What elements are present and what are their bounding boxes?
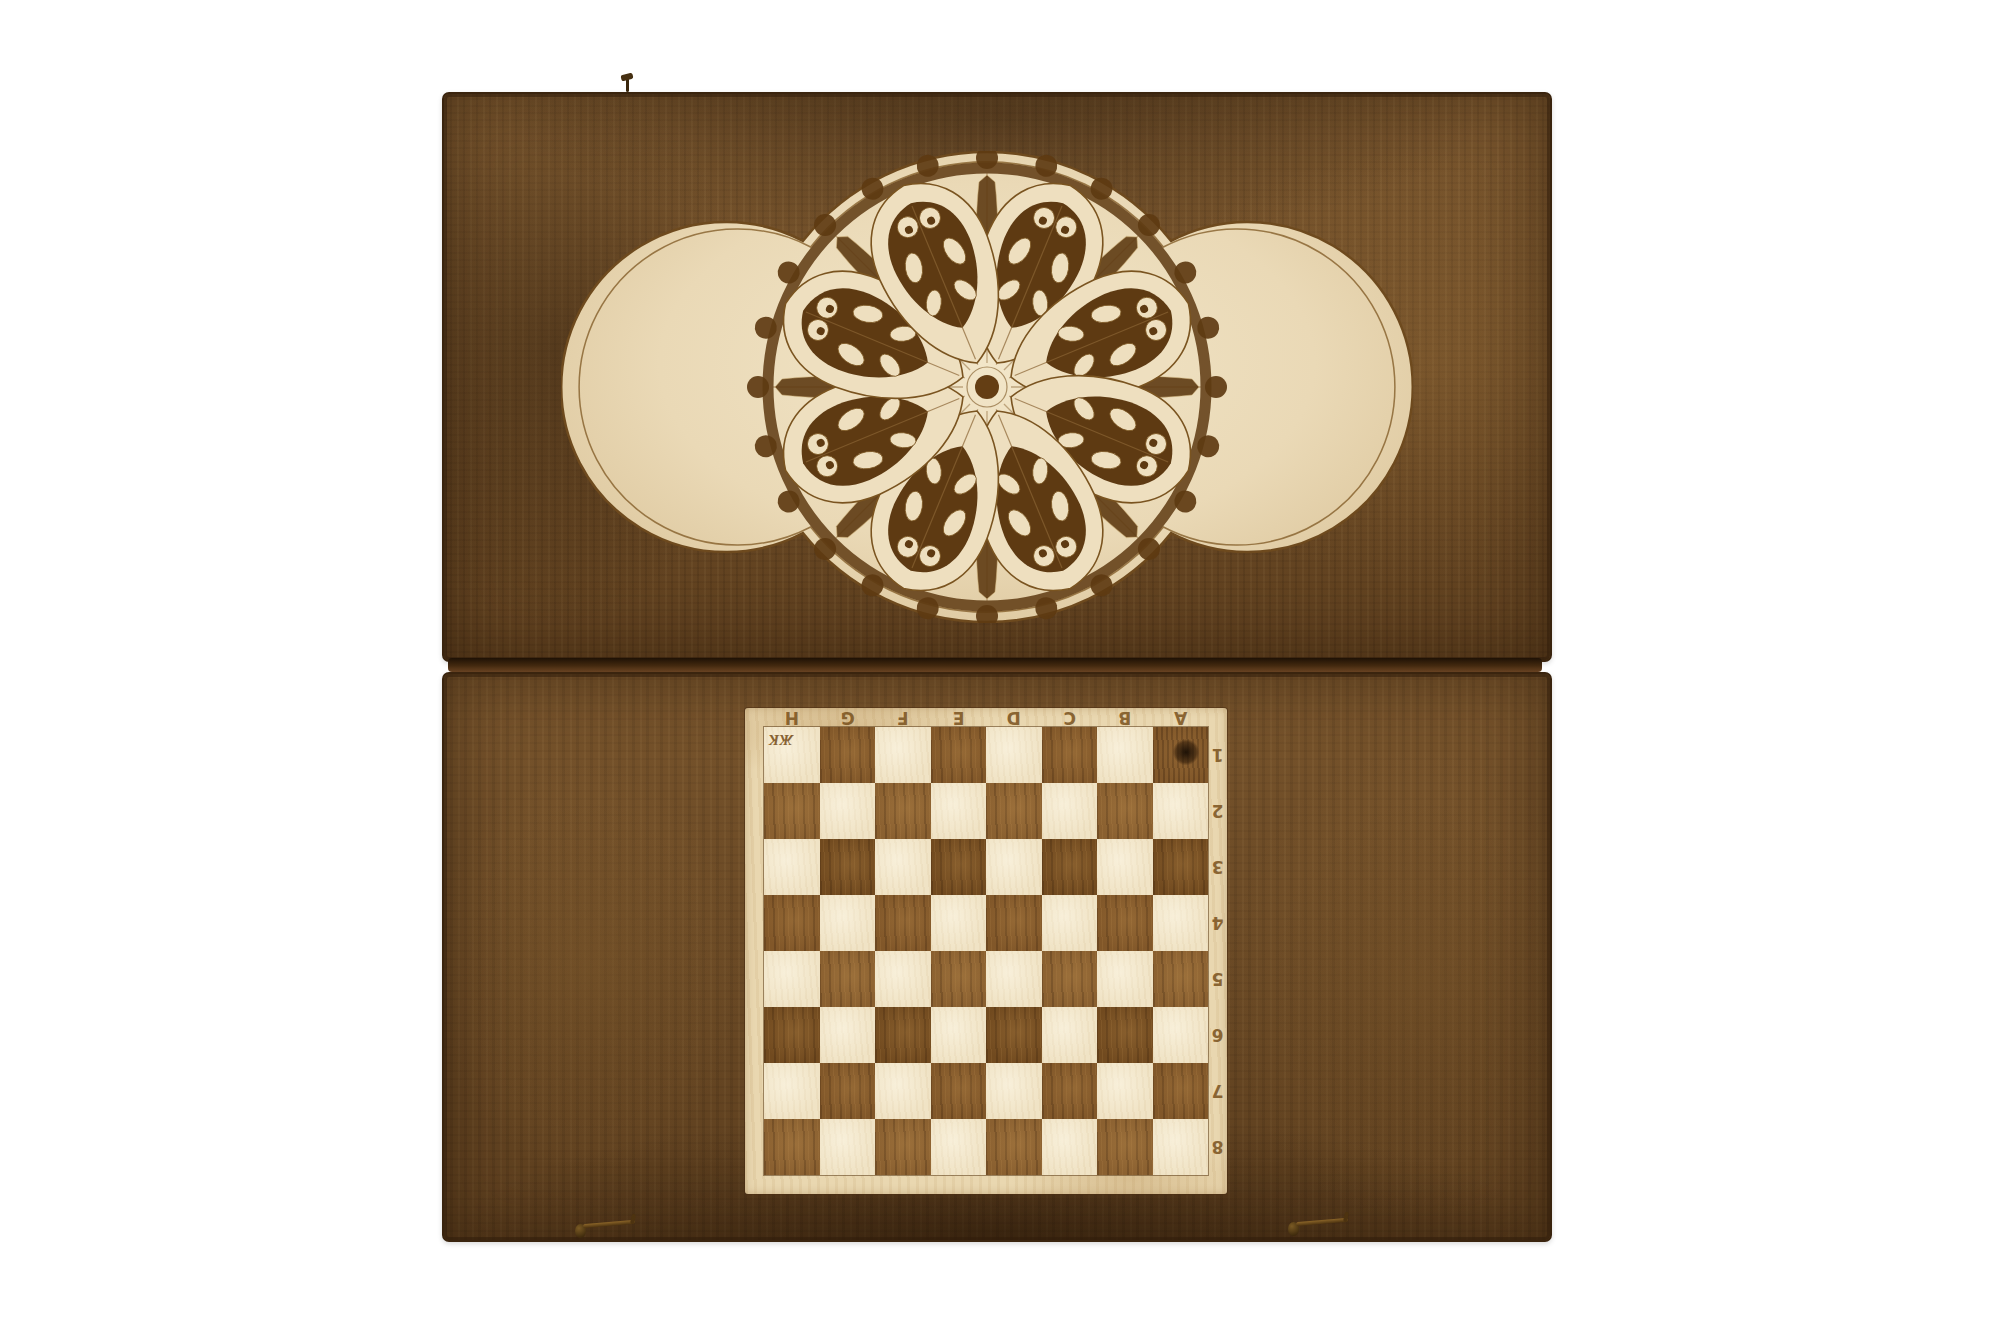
latch-tip-icon (1343, 1212, 1349, 1223)
latch-pin-top[interactable] (618, 74, 636, 94)
square-b6[interactable] (1097, 1007, 1153, 1063)
square-c8[interactable] (1042, 1119, 1098, 1175)
square-d4[interactable] (986, 895, 1042, 951)
square-e5[interactable] (931, 951, 987, 1007)
rank-label-1: 1 (1208, 727, 1227, 783)
square-a7[interactable] (1153, 1063, 1209, 1119)
square-d1[interactable] (986, 727, 1042, 783)
square-a3[interactable] (1153, 839, 1209, 895)
square-h3[interactable] (764, 839, 820, 895)
square-g2[interactable] (820, 783, 876, 839)
file-label-h: H (764, 708, 820, 727)
square-e2[interactable] (931, 783, 987, 839)
square-e1[interactable] (931, 727, 987, 783)
file-label-c: C (1042, 708, 1098, 727)
square-c6[interactable] (1042, 1007, 1098, 1063)
square-f5[interactable] (875, 951, 931, 1007)
square-b4[interactable] (1097, 895, 1153, 951)
rank-labels: 12345678 (1208, 727, 1227, 1175)
square-h4[interactable] (764, 895, 820, 951)
square-h8[interactable] (764, 1119, 820, 1175)
square-c7[interactable] (1042, 1063, 1098, 1119)
square-f1[interactable] (875, 727, 931, 783)
file-label-d: D (986, 708, 1042, 727)
square-d7[interactable] (986, 1063, 1042, 1119)
latch-wire-icon (1296, 1218, 1348, 1227)
square-c4[interactable] (1042, 895, 1098, 951)
square-a5[interactable] (1153, 951, 1209, 1007)
square-f4[interactable] (875, 895, 931, 951)
square-d8[interactable] (986, 1119, 1042, 1175)
latch-wire-icon (583, 1220, 635, 1229)
square-h7[interactable] (764, 1063, 820, 1119)
square-g3[interactable] (820, 839, 876, 895)
board-grid (764, 727, 1208, 1175)
rank-label-3: 3 (1208, 839, 1227, 895)
hinge-seam (448, 658, 1542, 672)
file-label-a: A (1153, 708, 1209, 727)
square-b3[interactable] (1097, 839, 1153, 895)
square-c3[interactable] (1042, 839, 1098, 895)
file-label-b: B (1097, 708, 1153, 727)
square-e7[interactable] (931, 1063, 987, 1119)
square-a8[interactable] (1153, 1119, 1209, 1175)
square-a4[interactable] (1153, 895, 1209, 951)
square-c2[interactable] (1042, 783, 1098, 839)
square-g6[interactable] (820, 1007, 876, 1063)
square-f3[interactable] (875, 839, 931, 895)
square-d5[interactable] (986, 951, 1042, 1007)
file-label-e: E (931, 708, 987, 727)
square-e4[interactable] (931, 895, 987, 951)
square-f7[interactable] (875, 1063, 931, 1119)
rosette-center-dot (975, 375, 999, 399)
square-d6[interactable] (986, 1007, 1042, 1063)
square-g5[interactable] (820, 951, 876, 1007)
top-lid-panel (442, 92, 1552, 662)
square-g1[interactable] (820, 727, 876, 783)
square-h6[interactable] (764, 1007, 820, 1063)
square-a2[interactable] (1153, 783, 1209, 839)
square-a1[interactable] (1153, 727, 1209, 783)
square-h5[interactable] (764, 951, 820, 1007)
rank-label-8: 8 (1208, 1119, 1227, 1175)
square-h2[interactable] (764, 783, 820, 839)
latch-pin-flag-icon (620, 73, 633, 82)
rosette-inlay (561, 151, 1413, 623)
square-f8[interactable] (875, 1119, 931, 1175)
square-f2[interactable] (875, 783, 931, 839)
square-b1[interactable] (1097, 727, 1153, 783)
square-d2[interactable] (986, 783, 1042, 839)
maker-mark: ЖК (769, 731, 793, 748)
square-e3[interactable] (931, 839, 987, 895)
square-a6[interactable] (1153, 1007, 1209, 1063)
rank-label-4: 4 (1208, 895, 1227, 951)
latch-tip-icon (630, 1214, 636, 1225)
square-b8[interactable] (1097, 1119, 1153, 1175)
rank-label-5: 5 (1208, 951, 1227, 1007)
rank-label-6: 6 (1208, 1007, 1227, 1063)
square-c5[interactable] (1042, 951, 1098, 1007)
bottom-board-panel: HGFEDCBA 12345678 ЖК (442, 672, 1552, 1242)
rosette-medallion (747, 151, 1227, 623)
file-label-f: F (875, 708, 931, 727)
square-e8[interactable] (931, 1119, 987, 1175)
square-d3[interactable] (986, 839, 1042, 895)
rank-label-7: 7 (1208, 1063, 1227, 1119)
file-label-g: G (820, 708, 876, 727)
latch-hook-right[interactable] (1286, 1210, 1358, 1252)
rank-label-2: 2 (1208, 783, 1227, 839)
product-photo-scene: HGFEDCBA 12345678 ЖК (0, 0, 2000, 1333)
square-b2[interactable] (1097, 783, 1153, 839)
square-g7[interactable] (820, 1063, 876, 1119)
chessboard: HGFEDCBA 12345678 ЖК (745, 708, 1227, 1194)
square-c1[interactable] (1042, 727, 1098, 783)
square-g8[interactable] (820, 1119, 876, 1175)
file-labels: HGFEDCBA (764, 708, 1208, 727)
square-f6[interactable] (875, 1007, 931, 1063)
latch-hook-left[interactable] (573, 1212, 645, 1254)
square-b5[interactable] (1097, 951, 1153, 1007)
square-b7[interactable] (1097, 1063, 1153, 1119)
square-g4[interactable] (820, 895, 876, 951)
square-e6[interactable] (931, 1007, 987, 1063)
